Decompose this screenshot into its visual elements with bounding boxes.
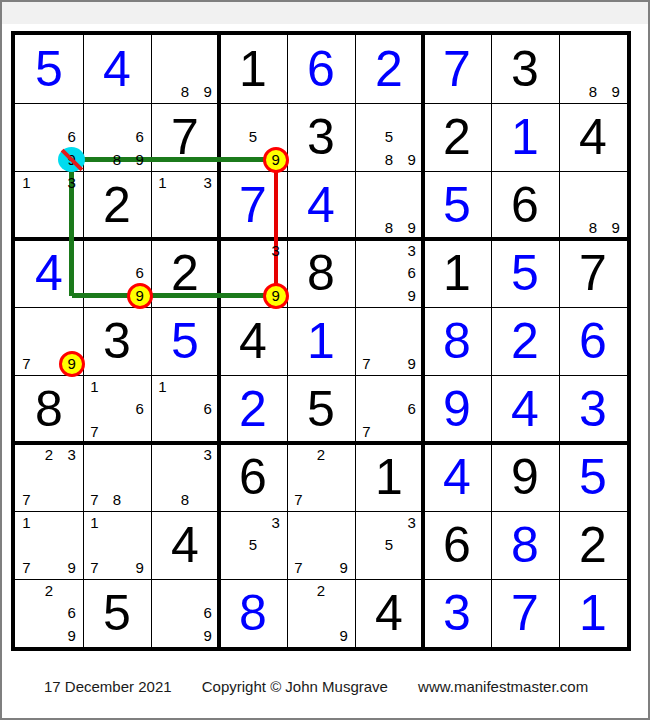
candidate-r8c6-2 [378, 511, 401, 534]
candidate-r6c6-2 [378, 375, 401, 398]
given-digit: 4 [171, 520, 199, 570]
candidate-r4c6-5 [378, 262, 401, 285]
cell-r9c9[interactable]: 1 [559, 579, 627, 647]
candidate-r4c4-1 [219, 239, 242, 262]
candidate-r7c3-9 [196, 488, 219, 511]
cell-r1c4[interactable]: 1 [219, 35, 287, 103]
solved-digit: 2 [239, 384, 267, 434]
footer-copyright: Copyright © John Musgrave [202, 678, 388, 695]
candidate-r3c3-9 [196, 216, 219, 239]
cell-r8c5[interactable]: 79 [287, 511, 355, 579]
candidate-r4c6-1 [355, 239, 378, 262]
cell-r8c7[interactable]: 6 [423, 511, 491, 579]
candidate-r9c3-9: 9 [196, 624, 219, 647]
candidate-r2c4-4 [219, 126, 242, 149]
cell-r3c5[interactable]: 4 [287, 171, 355, 239]
cell-r3c6[interactable]: 89 [355, 171, 423, 239]
candidate-r6c6-5 [378, 398, 401, 421]
given-digit: 5 [307, 384, 335, 434]
candidate-r5c1-6 [60, 330, 83, 353]
candidate-r6c6-1 [355, 375, 378, 398]
candidate-r8c2-6 [128, 534, 151, 557]
candidate-r2c1-5 [38, 126, 61, 149]
given-digit: 4 [375, 588, 403, 638]
candidate-r1c9-1 [559, 35, 582, 58]
candidate-r9c5-3 [332, 579, 355, 602]
cell-r6c2[interactable]: 167 [83, 375, 151, 443]
candidate-r5c1-3 [60, 307, 83, 330]
candidate-r6c3-2 [174, 375, 197, 398]
cell-r5c1[interactable]: 79 [15, 307, 83, 375]
candidate-r8c2-5 [106, 534, 129, 557]
cell-r3c2[interactable]: 2 [83, 171, 151, 239]
candidate-r1c9-4 [559, 58, 582, 81]
candidate-r2c1-4 [15, 126, 38, 149]
cell-r7c1[interactable]: 237 [15, 443, 83, 511]
given-digit: 7 [171, 112, 199, 162]
candidate-r8c5-4 [287, 534, 310, 557]
candidate-r9c3-7 [151, 624, 174, 647]
candidate-r5c6-2 [378, 307, 401, 330]
footer-url[interactable]: www.manifestmaster.com [418, 678, 588, 695]
candidate-r2c2-4 [83, 126, 106, 149]
candidate-r6c2-4 [83, 398, 106, 421]
cell-r9c3[interactable]: 69 [151, 579, 219, 647]
candidate-r6c3-6: 6 [196, 398, 219, 421]
candidate-r3c6-1 [355, 171, 378, 194]
given-digit: 2 [103, 180, 131, 230]
cell-r4c1[interactable]: 4 [15, 239, 83, 307]
candidate-r2c2-2 [106, 103, 129, 126]
candidate-r7c2-4 [83, 466, 106, 489]
candidate-r3c1-8 [38, 216, 61, 239]
cell-r2c6[interactable]: 589 [355, 103, 423, 171]
candidate-r5c1-5 [38, 330, 61, 353]
candidate-r8c5-5 [310, 534, 333, 557]
solved-digit: 9 [443, 384, 471, 434]
candidate-r8c4-2 [242, 511, 265, 534]
given-digit: 2 [171, 248, 199, 298]
candidate-r2c2-5 [106, 126, 129, 149]
cell-r6c1[interactable]: 8 [15, 375, 83, 443]
candidate-r3c6-7 [355, 216, 378, 239]
cell-r7c9[interactable]: 5 [559, 443, 627, 511]
given-digit: 1 [443, 248, 471, 298]
cell-r3c1[interactable]: 13 [15, 171, 83, 239]
candidate-r4c4-4 [219, 262, 242, 285]
candidate-r7c5-3 [332, 443, 355, 466]
cell-r4c7[interactable]: 1 [423, 239, 491, 307]
candidate-r8c4-9 [264, 556, 287, 579]
cell-r8c1[interactable]: 179 [15, 511, 83, 579]
candidate-r3c1-7 [15, 216, 38, 239]
candidate-r7c3-5 [174, 466, 197, 489]
cell-r5c9[interactable]: 6 [559, 307, 627, 375]
candidate-r1c3-2 [174, 35, 197, 58]
candidate-r6c2-7: 7 [83, 420, 106, 443]
candidate-r8c4-3: 3 [264, 511, 287, 534]
candidate-r2c6-7 [355, 148, 378, 171]
candidate-r2c1-9: 9 [60, 148, 83, 171]
cell-r7c3[interactable]: 38 [151, 443, 219, 511]
candidate-r8c1-1: 1 [15, 511, 38, 534]
candidate-r5c6-3 [400, 307, 423, 330]
cell-r4c9[interactable]: 7 [559, 239, 627, 307]
solved-digit: 3 [579, 384, 607, 434]
candidate-r1c9-9: 9 [604, 80, 627, 103]
cell-r1c3[interactable]: 89 [151, 35, 219, 103]
candidate-r7c3-2 [174, 443, 197, 466]
cell-r5c3[interactable]: 5 [151, 307, 219, 375]
cell-r2c3[interactable]: 7 [151, 103, 219, 171]
cell-r6c4[interactable]: 2 [219, 375, 287, 443]
given-digit: 3 [511, 44, 539, 94]
candidate-r6c3-1: 1 [151, 375, 174, 398]
candidate-r7c1-6 [60, 466, 83, 489]
solved-digit: 5 [35, 44, 63, 94]
candidate-r4c6-3: 3 [400, 239, 423, 262]
candidate-r1c9-2 [582, 35, 605, 58]
candidate-r9c3-8 [174, 624, 197, 647]
candidate-r6c6-7: 7 [355, 420, 378, 443]
given-digit: 7 [579, 248, 607, 298]
solved-digit: 2 [375, 44, 403, 94]
candidate-r3c6-9: 9 [400, 216, 423, 239]
candidate-r7c5-1 [287, 443, 310, 466]
candidate-r4c2-4 [83, 262, 106, 285]
cell-r7c7[interactable]: 4 [423, 443, 491, 511]
solved-digit: 2 [511, 316, 539, 366]
cell-r4c8[interactable]: 5 [491, 239, 559, 307]
cell-r2c4[interactable]: 59 [219, 103, 287, 171]
cell-r6c6[interactable]: 67 [355, 375, 423, 443]
candidate-r8c6-8 [378, 556, 401, 579]
cell-r9c1[interactable]: 269 [15, 579, 83, 647]
candidate-r5c1-2 [38, 307, 61, 330]
solved-digit: 4 [103, 44, 131, 94]
candidate-r8c1-6 [60, 534, 83, 557]
candidate-r8c4-5: 5 [242, 534, 265, 557]
cells: 5489162738969689759358921413213748956894… [15, 35, 627, 647]
cell-r5c5[interactable]: 1 [287, 307, 355, 375]
candidate-r2c6-6 [400, 126, 423, 149]
candidate-r7c5-9 [332, 488, 355, 511]
candidate-r6c6-6: 6 [400, 398, 423, 421]
solved-digit: 8 [239, 588, 267, 638]
candidate-r6c2-5 [106, 398, 129, 421]
candidate-r2c4-6 [264, 126, 287, 149]
candidate-r3c3-2 [174, 171, 197, 194]
candidate-r7c2-7: 7 [83, 488, 106, 511]
candidate-r8c4-4 [219, 534, 242, 557]
candidate-r9c5-4 [287, 602, 310, 625]
candidate-r5c6-4 [355, 330, 378, 353]
candidate-r2c4-5: 5 [242, 126, 265, 149]
solved-digit: 3 [443, 588, 471, 638]
candidate-r1c9-6 [604, 58, 627, 81]
candidate-r7c2-6 [128, 466, 151, 489]
cell-r2c5[interactable]: 3 [287, 103, 355, 171]
candidate-r4c2-5 [106, 262, 129, 285]
candidate-r4c4-9: 9 [264, 284, 287, 307]
cell-r8c9[interactable]: 2 [559, 511, 627, 579]
candidate-r4c2-1 [83, 239, 106, 262]
candidate-r6c2-3 [128, 375, 151, 398]
candidate-r3c6-3 [400, 171, 423, 194]
candidate-r1c3-4 [151, 58, 174, 81]
given-digit: 6 [239, 452, 267, 502]
cell-r2c7[interactable]: 2 [423, 103, 491, 171]
candidate-r4c2-3 [128, 239, 151, 262]
candidate-r4c4-3: 3 [264, 239, 287, 262]
solved-digit: 4 [307, 180, 335, 230]
candidate-r8c1-4 [15, 534, 38, 557]
solved-digit: 5 [171, 316, 199, 366]
cell-r5c4[interactable]: 4 [219, 307, 287, 375]
candidate-r4c6-7 [355, 284, 378, 307]
cell-r5c8[interactable]: 2 [491, 307, 559, 375]
cell-r9c4[interactable]: 8 [219, 579, 287, 647]
cell-r1c6[interactable]: 2 [355, 35, 423, 103]
candidate-r2c2-7 [83, 148, 106, 171]
cell-r6c3[interactable]: 16 [151, 375, 219, 443]
candidate-r5c1-1 [15, 307, 38, 330]
footer: 17 December 2021 Copyright © John Musgra… [44, 678, 614, 695]
candidate-r1c9-3 [604, 35, 627, 58]
candidate-r7c5-8 [310, 488, 333, 511]
candidate-r7c2-5 [106, 466, 129, 489]
given-digit: 6 [511, 180, 539, 230]
candidate-r9c1-4 [15, 602, 38, 625]
candidate-r3c9-7 [559, 216, 582, 239]
candidate-r3c6-2 [378, 171, 401, 194]
cell-r1c5[interactable]: 6 [287, 35, 355, 103]
candidate-r2c2-1 [83, 103, 106, 126]
candidate-r6c2-1: 1 [83, 375, 106, 398]
candidate-r6c3-8 [174, 420, 197, 443]
candidate-r1c3-3 [196, 35, 219, 58]
candidate-r8c2-2 [106, 511, 129, 534]
cell-r3c8[interactable]: 6 [491, 171, 559, 239]
solved-digit: 4 [443, 452, 471, 502]
candidate-r3c3-1: 1 [151, 171, 174, 194]
candidate-r2c1-2 [38, 103, 61, 126]
candidate-r6c6-3 [400, 375, 423, 398]
cell-r4c5[interactable]: 8 [287, 239, 355, 307]
candidate-r9c3-3 [196, 579, 219, 602]
cell-r6c8[interactable]: 4 [491, 375, 559, 443]
candidate-r8c5-7: 7 [287, 556, 310, 579]
candidate-r7c3-4 [151, 466, 174, 489]
cell-r4c6[interactable]: 369 [355, 239, 423, 307]
candidate-r4c4-8 [242, 284, 265, 307]
candidate-r8c4-7 [219, 556, 242, 579]
candidate-r8c2-3 [128, 511, 151, 534]
cell-r1c9[interactable]: 89 [559, 35, 627, 103]
candidate-r7c1-4 [15, 466, 38, 489]
cell-r6c7[interactable]: 9 [423, 375, 491, 443]
candidate-r1c3-6 [196, 58, 219, 81]
cell-r8c3[interactable]: 4 [151, 511, 219, 579]
cell-r7c8[interactable]: 9 [491, 443, 559, 511]
cell-r2c8[interactable]: 1 [491, 103, 559, 171]
cell-r8c6[interactable]: 35 [355, 511, 423, 579]
candidate-r1c3-7 [151, 80, 174, 103]
cell-r4c2[interactable]: 69 [83, 239, 151, 307]
solved-digit: 8 [511, 520, 539, 570]
candidate-r2c4-2 [242, 103, 265, 126]
candidate-r8c2-7: 7 [83, 556, 106, 579]
candidate-r7c5-5 [310, 466, 333, 489]
candidate-r3c1-4 [15, 194, 38, 217]
cell-r1c2[interactable]: 4 [83, 35, 151, 103]
candidate-r7c5-2: 2 [310, 443, 333, 466]
cell-r4c3[interactable]: 2 [151, 239, 219, 307]
candidate-r2c6-1 [355, 103, 378, 126]
candidate-r5c1-9: 9 [60, 352, 83, 375]
candidate-r8c4-6 [264, 534, 287, 557]
candidate-r3c9-4 [559, 194, 582, 217]
candidate-r3c1-9 [60, 216, 83, 239]
given-digit: 5 [103, 588, 131, 638]
cell-r6c9[interactable]: 3 [559, 375, 627, 443]
candidate-r6c6-9 [400, 420, 423, 443]
candidate-r9c1-1 [15, 579, 38, 602]
sudoku-board[interactable]: 5489162738969689759358921413213748956894… [11, 31, 631, 651]
candidate-r3c9-2 [582, 171, 605, 194]
candidate-r3c1-1: 1 [15, 171, 38, 194]
candidate-r8c5-1 [287, 511, 310, 534]
cell-r9c8[interactable]: 7 [491, 579, 559, 647]
candidate-r6c6-8 [378, 420, 401, 443]
candidate-r3c6-5 [378, 194, 401, 217]
given-digit: 3 [103, 316, 131, 366]
candidate-r8c2-4 [83, 534, 106, 557]
candidate-r7c3-8: 8 [174, 488, 197, 511]
candidate-r9c5-7 [287, 624, 310, 647]
cell-r8c8[interactable]: 8 [491, 511, 559, 579]
candidate-r9c5-6 [332, 602, 355, 625]
candidate-r2c6-5: 5 [378, 126, 401, 149]
candidate-r2c4-3 [264, 103, 287, 126]
cell-r4c4[interactable]: 39 [219, 239, 287, 307]
candidate-r4c6-4 [355, 262, 378, 285]
candidate-r8c4-8 [242, 556, 265, 579]
candidate-r5c6-1 [355, 307, 378, 330]
candidate-r3c6-8: 8 [378, 216, 401, 239]
cell-r1c8[interactable]: 3 [491, 35, 559, 103]
solved-digit: 1 [579, 588, 607, 638]
cell-r5c2[interactable]: 3 [83, 307, 151, 375]
candidate-r2c1-1 [15, 103, 38, 126]
cell-r9c7[interactable]: 3 [423, 579, 491, 647]
candidate-r2c6-9: 9 [400, 148, 423, 171]
candidate-r4c4-6 [264, 262, 287, 285]
candidate-r5c6-9: 9 [400, 352, 423, 375]
cell-r2c2[interactable]: 689 [83, 103, 151, 171]
cell-r2c1[interactable]: 69 [15, 103, 83, 171]
cell-r7c4[interactable]: 6 [219, 443, 287, 511]
cell-r6c5[interactable]: 5 [287, 375, 355, 443]
candidate-r3c3-6 [196, 194, 219, 217]
solved-digit: 5 [443, 180, 471, 230]
cell-r9c6[interactable]: 4 [355, 579, 423, 647]
cell-r3c3[interactable]: 13 [151, 171, 219, 239]
toolbar [2, 2, 648, 24]
candidate-r3c3-8 [174, 216, 197, 239]
candidate-r8c5-6 [332, 534, 355, 557]
candidate-r2c2-6: 6 [128, 126, 151, 149]
candidate-r8c6-4 [355, 534, 378, 557]
candidate-r1c3-1 [151, 35, 174, 58]
cell-r7c2[interactable]: 78 [83, 443, 151, 511]
candidate-r6c3-9 [196, 420, 219, 443]
cell-r3c9[interactable]: 89 [559, 171, 627, 239]
cell-r1c7[interactable]: 7 [423, 35, 491, 103]
cell-r5c7[interactable]: 8 [423, 307, 491, 375]
given-digit: 8 [35, 384, 63, 434]
candidate-r2c2-9: 9 [128, 148, 151, 171]
solved-digit: 5 [579, 452, 607, 502]
candidate-r8c1-8 [38, 556, 61, 579]
given-digit: 4 [239, 316, 267, 366]
candidate-r2c6-4 [355, 126, 378, 149]
solved-digit: 7 [511, 588, 539, 638]
candidate-r7c2-2 [106, 443, 129, 466]
candidate-r5c1-4 [15, 330, 38, 353]
candidate-r6c6-4 [355, 398, 378, 421]
candidate-r3c9-1 [559, 171, 582, 194]
cell-r2c9[interactable]: 4 [559, 103, 627, 171]
candidate-r8c6-6 [400, 534, 423, 557]
cell-r5c6[interactable]: 79 [355, 307, 423, 375]
cell-r7c6[interactable]: 1 [355, 443, 423, 511]
candidate-r4c6-9: 9 [400, 284, 423, 307]
candidate-r8c6-5: 5 [378, 534, 401, 557]
candidate-r9c1-3 [60, 579, 83, 602]
candidate-r8c6-9 [400, 556, 423, 579]
solved-digit: 8 [443, 316, 471, 366]
candidate-r6c3-5 [174, 398, 197, 421]
given-digit: 1 [375, 452, 403, 502]
candidate-r3c1-6 [60, 194, 83, 217]
cell-r3c4[interactable]: 7 [219, 171, 287, 239]
candidate-r9c1-6: 6 [60, 602, 83, 625]
cell-r3c7[interactable]: 5 [423, 171, 491, 239]
candidate-r1c3-5 [174, 58, 197, 81]
given-digit: 3 [307, 112, 335, 162]
given-digit: 1 [239, 44, 267, 94]
cell-r1c1[interactable]: 5 [15, 35, 83, 103]
cell-r9c2[interactable]: 5 [83, 579, 151, 647]
candidate-r8c5-8 [310, 556, 333, 579]
candidate-r4c4-7 [219, 284, 242, 307]
candidate-r4c2-7 [83, 284, 106, 307]
candidate-r8c1-2 [38, 511, 61, 534]
candidate-r3c1-3: 3 [60, 171, 83, 194]
candidate-r3c6-4 [355, 194, 378, 217]
cell-r8c4[interactable]: 35 [219, 511, 287, 579]
candidate-r6c2-8 [106, 420, 129, 443]
footer-date: 17 December 2021 [44, 678, 172, 695]
candidate-r9c1-2: 2 [38, 579, 61, 602]
cell-r7c5[interactable]: 27 [287, 443, 355, 511]
cell-r9c5[interactable]: 29 [287, 579, 355, 647]
cell-r8c2[interactable]: 179 [83, 511, 151, 579]
candidate-r4c2-6: 6 [128, 262, 151, 285]
candidate-r5c6-6 [400, 330, 423, 353]
candidate-r7c3-6 [196, 466, 219, 489]
